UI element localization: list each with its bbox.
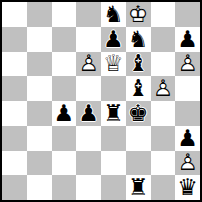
square-d2 [76,151,101,176]
piece-white-pawn: ♟♙ [151,76,176,101]
square-b1 [27,175,52,200]
square-d4: ♟ [76,101,101,126]
square-f2 [126,151,151,176]
square-d1 [76,175,101,200]
square-b5 [27,76,52,101]
square-e4: ♜ [101,101,126,126]
square-f8: ♚♔ [126,2,151,27]
chess-diagram: ♞♚♔♟♞♟♟♙♛♕♝♟♙♝♟♙♟♟♜♚♟♟♙♜♛ [0,0,202,202]
square-a1 [2,175,27,200]
square-a5 [2,76,27,101]
chess-board: ♞♚♔♟♞♟♟♙♛♕♝♟♙♝♟♙♟♟♜♚♟♟♙♜♛ [0,0,202,202]
piece-black-pawn: ♟ [175,126,200,151]
square-c5 [52,76,77,101]
square-c7 [52,27,77,52]
square-d8 [76,2,101,27]
square-c4: ♟ [52,101,77,126]
square-h2: ♟♙ [175,151,200,176]
piece-black-pawn: ♟ [175,27,200,52]
square-h5 [175,76,200,101]
piece-white-pawn: ♟♙ [76,52,101,77]
square-d6: ♟♙ [76,52,101,77]
square-g6 [151,52,176,77]
square-d3 [76,126,101,151]
square-g3 [151,126,176,151]
square-c6 [52,52,77,77]
square-e5 [101,76,126,101]
square-b2 [27,151,52,176]
square-f4: ♚ [126,101,151,126]
square-e8: ♞ [101,2,126,27]
piece-black-king: ♚ [126,101,151,126]
square-b4 [27,101,52,126]
piece-black-pawn: ♟ [76,101,101,126]
square-g5: ♟♙ [151,76,176,101]
square-h4 [175,101,200,126]
square-g1 [151,175,176,200]
square-e6: ♛♕ [101,52,126,77]
square-f1: ♜ [126,175,151,200]
square-e7: ♟ [101,27,126,52]
square-f5: ♝ [126,76,151,101]
square-a4 [2,101,27,126]
square-c8 [52,2,77,27]
square-g7 [151,27,176,52]
square-b7 [27,27,52,52]
square-c3 [52,126,77,151]
square-c2 [52,151,77,176]
square-g4 [151,101,176,126]
piece-white-pawn: ♟♙ [175,52,200,77]
piece-black-bishop: ♝ [126,76,151,101]
piece-black-knight: ♞ [101,2,126,27]
square-h6: ♟♙ [175,52,200,77]
square-b3 [27,126,52,151]
square-d5 [76,76,101,101]
piece-black-queen: ♛ [175,175,200,200]
square-a7 [2,27,27,52]
piece-white-pawn: ♟♙ [175,151,200,176]
square-c1 [52,175,77,200]
square-b6 [27,52,52,77]
square-a8 [2,2,27,27]
piece-black-pawn: ♟ [101,27,126,52]
square-h7: ♟ [175,27,200,52]
piece-black-pawn: ♟ [52,101,77,126]
square-b8 [27,2,52,27]
square-d7 [76,27,101,52]
square-f7: ♞ [126,27,151,52]
square-a6 [2,52,27,77]
piece-black-rook: ♜ [126,175,151,200]
piece-white-queen: ♛♕ [101,52,126,77]
square-e1 [101,175,126,200]
piece-white-king: ♚♔ [126,2,151,27]
piece-black-rook: ♜ [101,101,126,126]
square-f3 [126,126,151,151]
square-a2 [2,151,27,176]
square-f6: ♝ [126,52,151,77]
square-h8 [175,2,200,27]
square-g2 [151,151,176,176]
square-e3 [101,126,126,151]
square-h3: ♟ [175,126,200,151]
square-e2 [101,151,126,176]
piece-black-knight: ♞ [126,27,151,52]
square-h1: ♛ [175,175,200,200]
square-g8 [151,2,176,27]
square-a3 [2,126,27,151]
piece-black-bishop: ♝ [126,52,151,77]
